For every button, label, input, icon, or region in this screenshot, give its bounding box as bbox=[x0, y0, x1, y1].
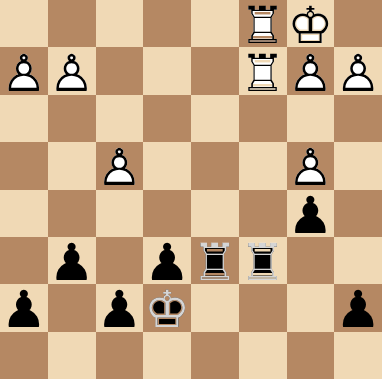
piece-white-rook[interactable]: ♜♖ bbox=[239, 47, 287, 94]
square-e5[interactable] bbox=[191, 142, 239, 189]
square-c2[interactable]: ♟♙ bbox=[96, 284, 144, 331]
square-d6[interactable] bbox=[143, 95, 191, 142]
square-e6[interactable] bbox=[191, 95, 239, 142]
square-c5[interactable]: ♟♙ bbox=[96, 142, 144, 189]
square-g2[interactable] bbox=[287, 284, 335, 331]
square-e1[interactable] bbox=[191, 332, 239, 379]
square-d2[interactable]: ♚♔ bbox=[143, 284, 191, 331]
square-c6[interactable] bbox=[96, 95, 144, 142]
square-d3[interactable]: ♟♙ bbox=[143, 237, 191, 284]
square-d7[interactable] bbox=[143, 47, 191, 94]
piece-white-pawn[interactable]: ♟♙ bbox=[334, 47, 382, 94]
square-g8[interactable]: ♚♔ bbox=[287, 0, 335, 47]
piece-outline: ♔ bbox=[287, 2, 335, 49]
piece-outline: ♙ bbox=[48, 49, 96, 96]
square-d8[interactable] bbox=[143, 0, 191, 47]
piece-white-pawn[interactable]: ♟♙ bbox=[48, 47, 96, 94]
piece-white-pawn[interactable]: ♟♙ bbox=[287, 47, 335, 94]
square-f4[interactable] bbox=[239, 190, 287, 237]
square-a3[interactable] bbox=[0, 237, 48, 284]
square-h7[interactable]: ♟♙ bbox=[334, 47, 382, 94]
piece-outline: ♖ bbox=[239, 238, 287, 285]
piece-outline: ♖ bbox=[239, 49, 287, 96]
piece-white-pawn[interactable]: ♟♙ bbox=[0, 47, 48, 94]
square-c4[interactable] bbox=[96, 190, 144, 237]
square-c1[interactable] bbox=[96, 332, 144, 379]
piece-black-pawn[interactable]: ♟♙ bbox=[48, 237, 96, 284]
square-h3[interactable] bbox=[334, 237, 382, 284]
piece-outline: ♖ bbox=[191, 238, 239, 285]
square-a1[interactable] bbox=[0, 332, 48, 379]
piece-black-pawn[interactable]: ♟♙ bbox=[96, 284, 144, 331]
square-a2[interactable]: ♟♙ bbox=[0, 284, 48, 331]
square-h6[interactable] bbox=[334, 95, 382, 142]
piece-black-pawn[interactable]: ♟♙ bbox=[334, 284, 382, 331]
piece-outline: ♙ bbox=[96, 144, 144, 191]
piece-black-pawn[interactable]: ♟♙ bbox=[287, 190, 335, 237]
square-e3[interactable]: ♜♖ bbox=[191, 237, 239, 284]
square-a5[interactable] bbox=[0, 142, 48, 189]
square-b6[interactable] bbox=[48, 95, 96, 142]
piece-outline: ♖ bbox=[239, 2, 287, 49]
square-f7[interactable]: ♜♖ bbox=[239, 47, 287, 94]
piece-outline: ♙ bbox=[334, 49, 382, 96]
square-c7[interactable] bbox=[96, 47, 144, 94]
square-g5[interactable]: ♟♙ bbox=[287, 142, 335, 189]
square-b3[interactable]: ♟♙ bbox=[48, 237, 96, 284]
square-c8[interactable] bbox=[96, 0, 144, 47]
chess-board: ♜♖♚♔♟♙♟♙♜♖♟♙♟♙♟♙♟♙♟♙♟♙♟♙♜♖♜♖♟♙♟♙♚♔♟♙ bbox=[0, 0, 382, 379]
piece-outline: ♙ bbox=[287, 49, 335, 96]
square-a4[interactable] bbox=[0, 190, 48, 237]
piece-black-rook[interactable]: ♜♖ bbox=[191, 237, 239, 284]
square-b7[interactable]: ♟♙ bbox=[48, 47, 96, 94]
square-h1[interactable] bbox=[334, 332, 382, 379]
square-d1[interactable] bbox=[143, 332, 191, 379]
square-g6[interactable] bbox=[287, 95, 335, 142]
square-f5[interactable] bbox=[239, 142, 287, 189]
square-d4[interactable] bbox=[143, 190, 191, 237]
square-h2[interactable]: ♟♙ bbox=[334, 284, 382, 331]
square-a7[interactable]: ♟♙ bbox=[0, 47, 48, 94]
square-h8[interactable] bbox=[334, 0, 382, 47]
square-e4[interactable] bbox=[191, 190, 239, 237]
piece-white-rook[interactable]: ♜♖ bbox=[239, 0, 287, 47]
square-g4[interactable]: ♟♙ bbox=[287, 190, 335, 237]
piece-white-pawn[interactable]: ♟♙ bbox=[287, 142, 335, 189]
square-d5[interactable] bbox=[143, 142, 191, 189]
square-a6[interactable] bbox=[0, 95, 48, 142]
piece-outline: ♙ bbox=[0, 49, 48, 96]
square-f8[interactable]: ♜♖ bbox=[239, 0, 287, 47]
piece-outline: ♔ bbox=[143, 286, 191, 333]
piece-white-king[interactable]: ♚♔ bbox=[287, 0, 335, 47]
square-b2[interactable] bbox=[48, 284, 96, 331]
square-b1[interactable] bbox=[48, 332, 96, 379]
square-f1[interactable] bbox=[239, 332, 287, 379]
square-a8[interactable] bbox=[0, 0, 48, 47]
square-g1[interactable] bbox=[287, 332, 335, 379]
square-f2[interactable] bbox=[239, 284, 287, 331]
square-h5[interactable] bbox=[334, 142, 382, 189]
square-f6[interactable] bbox=[239, 95, 287, 142]
piece-black-pawn[interactable]: ♟♙ bbox=[143, 237, 191, 284]
piece-black-king[interactable]: ♚♔ bbox=[143, 284, 191, 331]
square-b5[interactable] bbox=[48, 142, 96, 189]
square-c3[interactable] bbox=[96, 237, 144, 284]
square-b8[interactable] bbox=[48, 0, 96, 47]
piece-outline: ♙ bbox=[287, 144, 335, 191]
square-e7[interactable] bbox=[191, 47, 239, 94]
piece-black-rook[interactable]: ♜♖ bbox=[239, 237, 287, 284]
piece-white-pawn[interactable]: ♟♙ bbox=[96, 142, 144, 189]
square-g7[interactable]: ♟♙ bbox=[287, 47, 335, 94]
square-e2[interactable] bbox=[191, 284, 239, 331]
square-g3[interactable] bbox=[287, 237, 335, 284]
square-f3[interactable]: ♜♖ bbox=[239, 237, 287, 284]
piece-black-pawn[interactable]: ♟♙ bbox=[0, 284, 48, 331]
square-h4[interactable] bbox=[334, 190, 382, 237]
square-b4[interactable] bbox=[48, 190, 96, 237]
square-e8[interactable] bbox=[191, 0, 239, 47]
